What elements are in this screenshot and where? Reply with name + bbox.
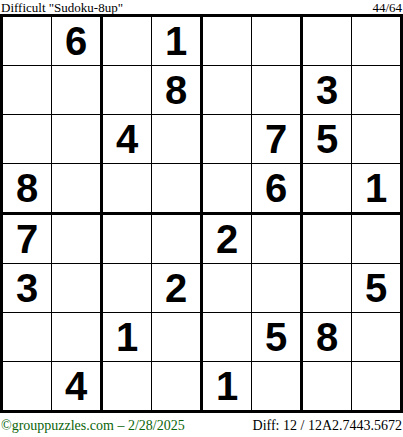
cell-r7c7[interactable]: 8 [303,313,352,362]
cell-r7c3[interactable]: 1 [103,313,152,362]
puzzle-title: Difficult "Sudoku-8up" [1,1,123,14]
cell-r8c8[interactable] [352,362,400,410]
cell-r3c1[interactable] [3,115,52,164]
cell-r1c2[interactable]: 6 [52,17,103,66]
cell-r1c5[interactable] [203,17,252,66]
puzzle-page: Difficult "Sudoku-8up" 44/64 61834758617… [0,0,403,437]
cell-r2c8[interactable] [352,66,400,115]
cell-r5c2[interactable] [52,215,103,264]
copyright-text: ©grouppuzzles.com – 2/28/2025 [1,418,185,434]
cell-r3c7[interactable]: 5 [303,115,352,164]
cell-r2c7[interactable]: 3 [303,66,352,115]
cell-r6c2[interactable] [52,264,103,313]
cell-r3c5[interactable] [203,115,252,164]
footer: ©grouppuzzles.com – 2/28/2025 Diff: 12 /… [0,418,403,434]
cell-r3c3[interactable]: 4 [103,115,152,164]
cell-r8c1[interactable] [3,362,52,410]
cell-r1c7[interactable] [303,17,352,66]
cell-r3c6[interactable]: 7 [252,115,303,164]
cell-r4c6[interactable]: 6 [252,164,303,215]
cell-r2c5[interactable] [203,66,252,115]
cell-r4c7[interactable] [303,164,352,215]
cell-r1c8[interactable] [352,17,400,66]
cell-r2c1[interactable] [3,66,52,115]
cell-r6c1[interactable]: 3 [3,264,52,313]
cell-r2c4[interactable]: 8 [152,66,203,115]
cell-r8c6[interactable] [252,362,303,410]
difficulty-text: Diff: 12 / 12A2.7443.5672 [253,418,402,434]
cell-r4c4[interactable] [152,164,203,215]
cell-r7c5[interactable] [203,313,252,362]
cell-r7c6[interactable]: 5 [252,313,303,362]
cell-r3c8[interactable] [352,115,400,164]
cell-r6c6[interactable] [252,264,303,313]
cell-r5c5[interactable]: 2 [203,215,252,264]
header: Difficult "Sudoku-8up" 44/64 [0,0,403,14]
cell-r8c2[interactable]: 4 [52,362,103,410]
cell-r5c4[interactable] [152,215,203,264]
cell-r1c1[interactable] [3,17,52,66]
cell-r3c4[interactable] [152,115,203,164]
cell-r6c4[interactable]: 2 [152,264,203,313]
cell-r2c3[interactable] [103,66,152,115]
cell-r4c8[interactable]: 1 [352,164,400,215]
cell-r5c8[interactable] [352,215,400,264]
cell-r4c2[interactable] [52,164,103,215]
cell-r6c8[interactable]: 5 [352,264,400,313]
cell-r5c1[interactable]: 7 [3,215,52,264]
cell-r3c2[interactable] [52,115,103,164]
cell-r2c6[interactable] [252,66,303,115]
cell-r1c6[interactable] [252,17,303,66]
cell-r4c3[interactable] [103,164,152,215]
cell-r8c4[interactable] [152,362,203,410]
cell-r1c3[interactable] [103,17,152,66]
cell-r8c7[interactable] [303,362,352,410]
cell-r2c2[interactable] [52,66,103,115]
cell-r7c8[interactable] [352,313,400,362]
cell-r4c5[interactable] [203,164,252,215]
cell-r7c4[interactable] [152,313,203,362]
sudoku-board: 61834758617232515841 [0,14,403,413]
cell-r5c6[interactable] [252,215,303,264]
cell-r4c1[interactable]: 8 [3,164,52,215]
cell-r6c5[interactable] [203,264,252,313]
cell-r6c7[interactable] [303,264,352,313]
cell-r8c5[interactable]: 1 [203,362,252,410]
cell-r7c1[interactable] [3,313,52,362]
cell-r5c3[interactable] [103,215,152,264]
cell-r6c3[interactable] [103,264,152,313]
puzzle-counter: 44/64 [372,1,402,14]
cell-r5c7[interactable] [303,215,352,264]
cell-r1c4[interactable]: 1 [152,17,203,66]
cell-r7c2[interactable] [52,313,103,362]
cell-r8c3[interactable] [103,362,152,410]
